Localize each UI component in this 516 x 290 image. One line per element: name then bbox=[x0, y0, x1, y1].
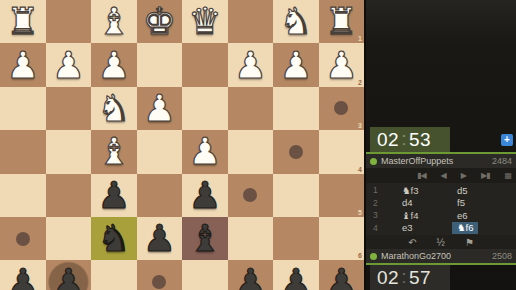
nav-next-button[interactable]: ▶ bbox=[461, 171, 466, 180]
white-pawn: ♟ bbox=[228, 43, 274, 86]
rank-coordinate: 5 bbox=[358, 209, 362, 216]
white-bishop: ♝ bbox=[91, 130, 137, 173]
square-f2[interactable]: ♟ bbox=[91, 43, 137, 86]
white-pawn: ♟ bbox=[0, 43, 46, 86]
white-bishop: ♝ bbox=[91, 0, 137, 43]
rank-coordinate: 4 bbox=[358, 166, 362, 173]
nav-prev-button[interactable]: ◀ bbox=[441, 171, 446, 180]
square-a5[interactable]: 5 bbox=[319, 174, 365, 217]
square-f5[interactable]: ♟ bbox=[91, 174, 137, 217]
square-c5[interactable] bbox=[228, 174, 274, 217]
white-queen: ♛ bbox=[182, 0, 228, 43]
takeback-button[interactable]: ↶ bbox=[408, 237, 416, 248]
square-h7[interactable]: ♟ bbox=[0, 260, 46, 290]
white-pawn: ♟ bbox=[91, 43, 137, 86]
square-e2[interactable] bbox=[137, 43, 183, 86]
move-row: 1♞f3d5 bbox=[366, 184, 516, 197]
square-e3[interactable]: ♟ bbox=[137, 87, 183, 130]
square-d6[interactable]: ♝ bbox=[182, 217, 228, 260]
black-player-rating: 2508 bbox=[492, 251, 512, 261]
white-king: ♚ bbox=[137, 0, 183, 43]
square-c6[interactable] bbox=[228, 217, 274, 260]
clock-colon: : bbox=[401, 266, 407, 288]
move-row: 2d4f5 bbox=[366, 197, 516, 210]
move-dest-dot bbox=[16, 232, 30, 246]
square-c3[interactable] bbox=[228, 87, 274, 130]
move-dest-dot bbox=[289, 145, 303, 159]
square-d7[interactable] bbox=[182, 260, 228, 290]
white-move[interactable]: ♞f3 bbox=[402, 185, 457, 196]
chess-board: ♜♝♚♛♞♜1♟♟♟♟♟♟2♞♟3♝♟4♟♟5♞♟♝6♟♟♟♟♟7♜♚♛♝♞♜ bbox=[0, 0, 364, 290]
move-list: 1♞f3d52d4f53♝f4e64e3♞f6 bbox=[366, 183, 516, 235]
sidebar-empty-area bbox=[366, 0, 516, 127]
white-player-name: MasterOffPuppets bbox=[381, 156, 488, 166]
black-move[interactable]: f5 bbox=[457, 197, 515, 208]
square-b1[interactable]: ♞ bbox=[273, 0, 319, 43]
square-g6[interactable] bbox=[46, 217, 92, 260]
clock-seconds: 53 bbox=[409, 129, 431, 151]
clock-seconds: 57 bbox=[409, 267, 431, 289]
square-g5[interactable] bbox=[46, 174, 92, 217]
square-e7[interactable] bbox=[137, 260, 183, 290]
black-move[interactable]: e6 bbox=[457, 210, 515, 221]
square-e1[interactable]: ♚ bbox=[137, 0, 183, 43]
square-d3[interactable] bbox=[182, 87, 228, 130]
move-number: 2 bbox=[366, 198, 402, 208]
square-f4[interactable]: ♝ bbox=[91, 130, 137, 173]
nav-first-button[interactable]: ▮◀ bbox=[417, 171, 426, 180]
player-bar-black[interactable]: MarathonGo2700 2508 bbox=[366, 249, 516, 263]
black-pawn: ♟ bbox=[273, 260, 319, 290]
rank-coordinate: 6 bbox=[358, 252, 362, 259]
square-g1[interactable] bbox=[46, 0, 92, 43]
black-pawn: ♟ bbox=[319, 260, 365, 290]
square-d4[interactable]: ♟ bbox=[182, 130, 228, 173]
white-knight: ♞ bbox=[91, 87, 137, 130]
square-g3[interactable] bbox=[46, 87, 92, 130]
move-number: 3 bbox=[366, 210, 402, 220]
square-b2[interactable]: ♟ bbox=[273, 43, 319, 86]
square-b6[interactable] bbox=[273, 217, 319, 260]
black-pawn: ♟ bbox=[0, 260, 46, 290]
black-bishop: ♝ bbox=[182, 217, 228, 260]
square-b5[interactable] bbox=[273, 174, 319, 217]
capture-dest-ring bbox=[46, 260, 92, 290]
white-knight: ♞ bbox=[273, 0, 319, 43]
white-player-rating: 2484 bbox=[492, 156, 512, 166]
square-g4[interactable] bbox=[46, 130, 92, 173]
white-clock: 02:53 + bbox=[366, 127, 516, 152]
square-c1[interactable] bbox=[228, 0, 274, 43]
square-h4[interactable] bbox=[0, 130, 46, 173]
chess-game-screen: ♜♝♚♛♞♜1♟♟♟♟♟♟2♞♟3♝♟4♟♟5♞♟♝6♟♟♟♟♟7♜♚♛♝♞♜ … bbox=[0, 0, 516, 290]
resign-button[interactable]: ⚑ bbox=[465, 237, 474, 248]
square-g2[interactable]: ♟ bbox=[46, 43, 92, 86]
black-pawn: ♟ bbox=[182, 174, 228, 217]
square-d1[interactable]: ♛ bbox=[182, 0, 228, 43]
square-h3[interactable] bbox=[0, 87, 46, 130]
square-e5[interactable] bbox=[137, 174, 183, 217]
square-e6[interactable]: ♟ bbox=[137, 217, 183, 260]
white-pawn: ♟ bbox=[182, 130, 228, 173]
black-clock-time: 02:57 bbox=[370, 265, 450, 290]
square-a2[interactable]: ♟2 bbox=[319, 43, 365, 86]
game-actions: ↶½⚑ bbox=[366, 235, 516, 249]
square-a4[interactable]: 4 bbox=[319, 130, 365, 173]
square-f3[interactable]: ♞ bbox=[91, 87, 137, 130]
square-b3[interactable] bbox=[273, 87, 319, 130]
white-move[interactable]: ♝f4 bbox=[402, 210, 457, 221]
black-pawn: ♟ bbox=[91, 174, 137, 217]
square-a7[interactable]: ♟7 bbox=[319, 260, 365, 290]
clock-colon: : bbox=[401, 128, 407, 150]
white-clock-time: 02:53 bbox=[370, 127, 450, 152]
nav-last-button[interactable]: ▶▮ bbox=[481, 171, 490, 180]
rank-coordinate: 2 bbox=[358, 79, 362, 86]
move-number: 1 bbox=[366, 185, 402, 195]
clock-minutes: 02 bbox=[377, 129, 399, 151]
black-knight: ♞ bbox=[91, 217, 137, 260]
white-rook: ♜ bbox=[0, 0, 46, 43]
black-move[interactable]: d5 bbox=[457, 185, 515, 196]
square-c7[interactable]: ♟ bbox=[228, 260, 274, 290]
white-move[interactable]: e3 bbox=[402, 222, 457, 233]
black-pawn: ♟ bbox=[228, 260, 274, 290]
black-pawn: ♟ bbox=[137, 217, 183, 260]
square-b4[interactable] bbox=[273, 130, 319, 173]
white-pawn: ♟ bbox=[46, 43, 92, 86]
square-h6[interactable] bbox=[0, 217, 46, 260]
square-h1[interactable]: ♜ bbox=[0, 0, 46, 43]
move-dest-dot bbox=[334, 101, 348, 115]
online-dot bbox=[370, 253, 377, 260]
square-f6[interactable]: ♞ bbox=[91, 217, 137, 260]
square-c4[interactable] bbox=[228, 130, 274, 173]
board-grid: ♜♝♚♛♞♜1♟♟♟♟♟♟2♞♟3♝♟4♟♟5♞♟♝6♟♟♟♟♟7♜♚♛♝♞♜ bbox=[0, 0, 364, 290]
black-player-name: MarathonGo2700 bbox=[381, 251, 488, 261]
square-h2[interactable]: ♟ bbox=[0, 43, 46, 86]
online-dot bbox=[370, 158, 377, 165]
square-a1[interactable]: ♜1 bbox=[319, 0, 365, 43]
square-a6[interactable]: 6 bbox=[319, 217, 365, 260]
player-bar-white[interactable]: MasterOffPuppets 2484 bbox=[366, 154, 516, 168]
draw-offer-button[interactable]: ½ bbox=[437, 237, 445, 248]
move-number: 4 bbox=[366, 223, 402, 233]
black-move[interactable]: ♞f6 bbox=[457, 222, 515, 233]
give-time-button[interactable]: + bbox=[501, 134, 513, 146]
white-pawn: ♟ bbox=[137, 87, 183, 130]
square-b7[interactable]: ♟ bbox=[273, 260, 319, 290]
white-move[interactable]: d4 bbox=[402, 197, 457, 208]
square-d2[interactable] bbox=[182, 43, 228, 86]
black-clock: 02:57 bbox=[366, 265, 516, 290]
square-e4[interactable] bbox=[137, 130, 183, 173]
square-f1[interactable]: ♝ bbox=[91, 0, 137, 43]
move-dest-dot bbox=[152, 275, 166, 289]
move-row: 4e3♞f6 bbox=[366, 222, 516, 235]
square-a3[interactable]: 3 bbox=[319, 87, 365, 130]
clock-minutes: 02 bbox=[377, 267, 399, 289]
rank-coordinate: 1 bbox=[358, 35, 362, 42]
square-h5[interactable] bbox=[0, 174, 46, 217]
rank-coordinate: 3 bbox=[358, 122, 362, 129]
square-g7[interactable]: ♟ bbox=[46, 260, 92, 290]
white-pawn: ♟ bbox=[273, 43, 319, 86]
square-c2[interactable]: ♟ bbox=[228, 43, 274, 86]
move-nav: ▮◀◀▶▶▮▦ bbox=[366, 168, 516, 183]
game-sidebar: 02:53 + MasterOffPuppets 2484 ▮◀◀▶▶▮▦ 1♞… bbox=[364, 0, 516, 290]
square-f7[interactable] bbox=[91, 260, 137, 290]
analysis-board-button[interactable]: ▦ bbox=[504, 171, 511, 180]
move-row: 3♝f4e6 bbox=[366, 209, 516, 222]
square-d5[interactable]: ♟ bbox=[182, 174, 228, 217]
move-dest-dot bbox=[243, 188, 257, 202]
